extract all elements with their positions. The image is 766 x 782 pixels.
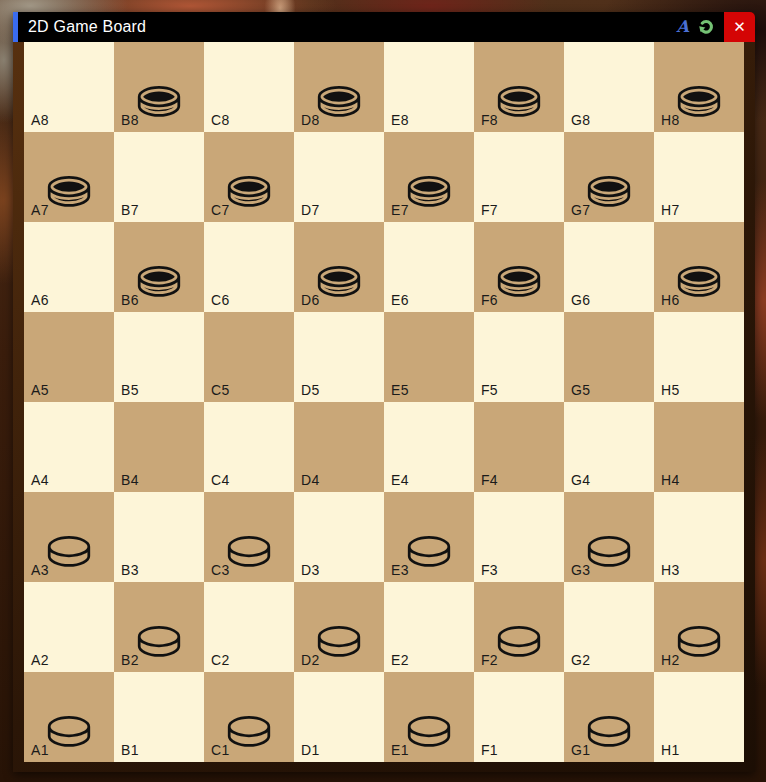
square-D3[interactable]: D3 <box>294 492 384 582</box>
checker-black[interactable]: ⛂ <box>46 160 93 216</box>
game-window: 2D Game Board A ✕ A8⛂B8C8⛂D8E8⛂F8G8⛂H8⛂A… <box>13 12 755 772</box>
checker-white[interactable]: ⛀ <box>46 700 93 756</box>
square-H3[interactable]: H3 <box>654 492 744 582</box>
square-G3[interactable]: ⛀G3 <box>564 492 654 582</box>
square-G6[interactable]: G6 <box>564 222 654 312</box>
square-B7[interactable]: B7 <box>114 132 204 222</box>
close-icon[interactable]: ✕ <box>724 12 755 42</box>
square-label-D4: D4 <box>301 473 320 487</box>
square-F7[interactable]: F7 <box>474 132 564 222</box>
square-label-A2: A2 <box>31 653 49 667</box>
square-label-D2: D2 <box>301 653 320 667</box>
square-G8[interactable]: G8 <box>564 42 654 132</box>
square-label-D8: D8 <box>301 113 320 127</box>
square-H2[interactable]: ⛀H2 <box>654 582 744 672</box>
square-label-H4: H4 <box>661 473 680 487</box>
square-label-B7: B7 <box>121 203 139 217</box>
square-label-H1: H1 <box>661 743 680 757</box>
checker-black[interactable]: ⛂ <box>406 160 453 216</box>
checker-black[interactable]: ⛂ <box>316 250 363 306</box>
square-label-C1: C1 <box>211 743 230 757</box>
square-label-E2: E2 <box>391 653 409 667</box>
checker-white[interactable]: ⛀ <box>226 700 273 756</box>
checker-white[interactable]: ⛀ <box>586 700 633 756</box>
square-B6[interactable]: ⛂B6 <box>114 222 204 312</box>
square-label-F5: F5 <box>481 383 498 397</box>
square-label-D6: D6 <box>301 293 320 307</box>
square-label-D3: D3 <box>301 563 320 577</box>
square-E2[interactable]: E2 <box>384 582 474 672</box>
square-label-G5: G5 <box>571 383 590 397</box>
rotate-icon[interactable] <box>698 19 715 36</box>
square-C2[interactable]: C2 <box>204 582 294 672</box>
square-label-G1: G1 <box>571 743 590 757</box>
square-F6[interactable]: ⛂F6 <box>474 222 564 312</box>
square-label-B3: B3 <box>121 563 139 577</box>
square-A7[interactable]: ⛂A7 <box>24 132 114 222</box>
square-label-H5: H5 <box>661 383 680 397</box>
square-label-D1: D1 <box>301 743 320 757</box>
square-H8[interactable]: ⛂H8 <box>654 42 744 132</box>
square-label-E7: E7 <box>391 203 409 217</box>
checker-black[interactable]: ⛂ <box>496 250 543 306</box>
square-label-A3: A3 <box>31 563 49 577</box>
square-A3[interactable]: ⛀A3 <box>24 492 114 582</box>
square-label-E4: E4 <box>391 473 409 487</box>
checker-black[interactable]: ⛂ <box>226 160 273 216</box>
square-label-C6: C6 <box>211 293 230 307</box>
square-label-H7: H7 <box>661 203 680 217</box>
square-G2[interactable]: G2 <box>564 582 654 672</box>
square-label-F3: F3 <box>481 563 498 577</box>
square-label-B2: B2 <box>121 653 139 667</box>
checker-black[interactable]: ⛂ <box>136 250 183 306</box>
checker-white[interactable]: ⛀ <box>406 700 453 756</box>
square-D4[interactable]: D4 <box>294 402 384 492</box>
square-F8[interactable]: ⛂F8 <box>474 42 564 132</box>
square-A5[interactable]: A5 <box>24 312 114 402</box>
square-H7[interactable]: H7 <box>654 132 744 222</box>
square-C7[interactable]: ⛂C7 <box>204 132 294 222</box>
square-label-C3: C3 <box>211 563 230 577</box>
square-label-H6: H6 <box>661 293 680 307</box>
square-label-G2: G2 <box>571 653 590 667</box>
square-C4[interactable]: C4 <box>204 402 294 492</box>
square-H4[interactable]: H4 <box>654 402 744 492</box>
square-D6[interactable]: ⛂D6 <box>294 222 384 312</box>
square-label-A7: A7 <box>31 203 49 217</box>
titlebar-icons: A ✕ <box>677 12 755 42</box>
square-label-A1: A1 <box>31 743 49 757</box>
square-B3[interactable]: B3 <box>114 492 204 582</box>
checker-black[interactable]: ⛂ <box>136 70 183 126</box>
square-label-C5: C5 <box>211 383 230 397</box>
square-label-A5: A5 <box>31 383 49 397</box>
square-label-G8: G8 <box>571 113 590 127</box>
window-titlebar[interactable]: 2D Game Board A ✕ <box>13 12 755 42</box>
checker-white[interactable]: ⛀ <box>496 610 543 666</box>
checker-black[interactable]: ⛂ <box>316 70 363 126</box>
square-label-G6: G6 <box>571 293 590 307</box>
square-label-E3: E3 <box>391 563 409 577</box>
square-B2[interactable]: ⛀B2 <box>114 582 204 672</box>
checker-white[interactable]: ⛀ <box>136 610 183 666</box>
checker-black[interactable]: ⛂ <box>676 250 723 306</box>
square-E4[interactable]: E4 <box>384 402 474 492</box>
square-A8[interactable]: A8 <box>24 42 114 132</box>
checker-white[interactable]: ⛀ <box>406 520 453 576</box>
square-label-D5: D5 <box>301 383 320 397</box>
square-F3[interactable]: F3 <box>474 492 564 582</box>
square-label-G7: G7 <box>571 203 590 217</box>
checker-white[interactable]: ⛀ <box>586 520 633 576</box>
square-E6[interactable]: E6 <box>384 222 474 312</box>
square-label-B4: B4 <box>121 473 139 487</box>
font-icon[interactable]: A <box>677 19 689 35</box>
square-B8[interactable]: ⛂B8 <box>114 42 204 132</box>
square-C5[interactable]: C5 <box>204 312 294 402</box>
titlebar-accent-stripe <box>13 12 18 42</box>
square-E1[interactable]: ⛀E1 <box>384 672 474 762</box>
square-G5[interactable]: G5 <box>564 312 654 402</box>
square-label-H8: H8 <box>661 113 680 127</box>
square-D5[interactable]: D5 <box>294 312 384 402</box>
checker-black[interactable]: ⛂ <box>586 160 633 216</box>
square-F5[interactable]: F5 <box>474 312 564 402</box>
square-B5[interactable]: B5 <box>114 312 204 402</box>
square-G7[interactable]: ⛂G7 <box>564 132 654 222</box>
square-label-A6: A6 <box>31 293 49 307</box>
square-D7[interactable]: D7 <box>294 132 384 222</box>
square-label-C7: C7 <box>211 203 230 217</box>
desktop-background: { "window": { "title": "2D Game Board", … <box>0 0 766 782</box>
square-E3[interactable]: ⛀E3 <box>384 492 474 582</box>
square-label-G3: G3 <box>571 563 590 577</box>
square-G1[interactable]: ⛀G1 <box>564 672 654 762</box>
square-C1[interactable]: ⛀C1 <box>204 672 294 762</box>
square-label-F1: F1 <box>481 743 498 757</box>
square-C3[interactable]: ⛀C3 <box>204 492 294 582</box>
square-label-C4: C4 <box>211 473 230 487</box>
square-B1[interactable]: B1 <box>114 672 204 762</box>
square-label-H3: H3 <box>661 563 680 577</box>
square-label-E6: E6 <box>391 293 409 307</box>
square-E5[interactable]: E5 <box>384 312 474 402</box>
square-label-B6: B6 <box>121 293 139 307</box>
square-label-F6: F6 <box>481 293 498 307</box>
checker-white[interactable]: ⛀ <box>46 520 93 576</box>
square-label-A8: A8 <box>31 113 49 127</box>
square-D8[interactable]: ⛂D8 <box>294 42 384 132</box>
square-label-E8: E8 <box>391 113 409 127</box>
square-A6[interactable]: A6 <box>24 222 114 312</box>
square-label-F8: F8 <box>481 113 498 127</box>
square-label-C2: C2 <box>211 653 230 667</box>
checker-white[interactable]: ⛀ <box>676 610 723 666</box>
board: A8⛂B8C8⛂D8E8⛂F8G8⛂H8⛂A7B7⛂C7D7⛂E7F7⛂G7H7… <box>24 42 744 762</box>
square-label-E1: E1 <box>391 743 409 757</box>
checker-black[interactable]: ⛂ <box>676 70 723 126</box>
square-label-F2: F2 <box>481 653 498 667</box>
square-H5[interactable]: H5 <box>654 312 744 402</box>
square-C8[interactable]: C8 <box>204 42 294 132</box>
checker-white[interactable]: ⛀ <box>316 610 363 666</box>
square-label-B1: B1 <box>121 743 139 757</box>
square-label-G4: G4 <box>571 473 590 487</box>
square-C6[interactable]: C6 <box>204 222 294 312</box>
square-G4[interactable]: G4 <box>564 402 654 492</box>
square-F1[interactable]: F1 <box>474 672 564 762</box>
square-H1[interactable]: H1 <box>654 672 744 762</box>
square-F4[interactable]: F4 <box>474 402 564 492</box>
square-label-F4: F4 <box>481 473 498 487</box>
square-B4[interactable]: B4 <box>114 402 204 492</box>
square-E7[interactable]: ⛂E7 <box>384 132 474 222</box>
checker-white[interactable]: ⛀ <box>226 520 273 576</box>
square-E8[interactable]: E8 <box>384 42 474 132</box>
window-title: 2D Game Board <box>28 18 146 36</box>
square-label-E5: E5 <box>391 383 409 397</box>
square-A1[interactable]: ⛀A1 <box>24 672 114 762</box>
square-label-A4: A4 <box>31 473 49 487</box>
square-label-H2: H2 <box>661 653 680 667</box>
square-A4[interactable]: A4 <box>24 402 114 492</box>
square-D2[interactable]: ⛀D2 <box>294 582 384 672</box>
square-label-C8: C8 <box>211 113 230 127</box>
square-H6[interactable]: ⛂H6 <box>654 222 744 312</box>
square-D1[interactable]: D1 <box>294 672 384 762</box>
checker-black[interactable]: ⛂ <box>496 70 543 126</box>
board-frame: A8⛂B8C8⛂D8E8⛂F8G8⛂H8⛂A7B7⛂C7D7⛂E7F7⛂G7H7… <box>13 42 755 772</box>
square-label-D7: D7 <box>301 203 320 217</box>
square-F2[interactable]: ⛀F2 <box>474 582 564 672</box>
square-label-B8: B8 <box>121 113 139 127</box>
square-A2[interactable]: A2 <box>24 582 114 672</box>
square-label-F7: F7 <box>481 203 498 217</box>
square-label-B5: B5 <box>121 383 139 397</box>
